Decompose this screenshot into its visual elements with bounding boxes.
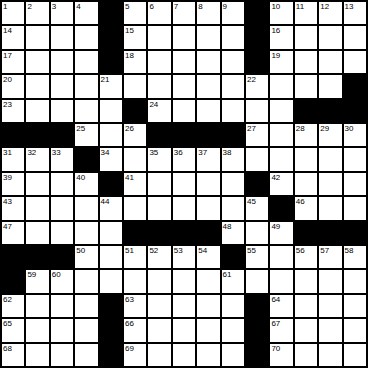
clue-number-47: 47 [3,222,12,231]
cell-r8c2[interactable] [26,173,48,195]
black-cell-r4c15 [344,75,366,97]
cell-r9c4[interactable] [75,197,97,219]
crossword-board: 1234567891011121314151617181920212223242… [0,0,368,368]
clue-number-6: 6 [149,2,153,11]
cell-r14c1[interactable]: 65 [2,319,24,341]
cell-r3c9[interactable] [197,51,219,73]
black-cell-r5c13 [295,100,317,122]
cell-r9c2[interactable] [26,197,48,219]
black-cell-r11c3 [51,246,73,268]
cell-r7c9[interactable]: 37 [197,148,219,170]
cell-r8c3[interactable] [51,173,73,195]
black-cell-r14c5 [100,319,122,341]
clue-number-20: 20 [3,75,12,84]
cell-r9c10[interactable] [222,197,244,219]
black-cell-r6c3 [51,124,73,146]
clue-number-29: 29 [320,124,329,133]
cell-r11c11[interactable]: 55 [246,246,268,268]
cell-r13c15[interactable] [344,295,366,317]
clue-number-14: 14 [3,26,12,35]
cell-r8c4[interactable]: 40 [75,173,97,195]
cell-r7c13[interactable] [295,148,317,170]
cell-r1c13[interactable]: 11 [295,2,317,24]
cell-r7c15[interactable] [344,148,366,170]
clue-number-2: 2 [27,2,31,11]
cell-r4c12[interactable] [270,75,292,97]
black-cell-r1c5 [100,2,122,24]
clue-number-36: 36 [174,148,183,157]
cell-r4c5[interactable]: 21 [100,75,122,97]
cell-r7c8[interactable]: 36 [173,148,195,170]
cell-r1c7[interactable]: 6 [148,2,170,24]
cell-r11c8[interactable]: 53 [173,246,195,268]
black-cell-r8c5 [100,173,122,195]
cell-r2c8[interactable] [173,26,195,48]
cell-r14c9[interactable] [197,319,219,341]
clue-number-18: 18 [125,51,134,60]
clue-number-32: 32 [27,148,36,157]
cell-r4c10[interactable] [222,75,244,97]
cell-r11c13[interactable]: 56 [295,246,317,268]
cell-r4c8[interactable] [173,75,195,97]
clue-number-25: 25 [76,124,85,133]
cell-r12c2[interactable]: 59 [26,270,48,292]
cell-r15c6[interactable]: 69 [124,344,146,366]
cell-r15c4[interactable] [75,344,97,366]
clue-number-12: 12 [320,2,329,11]
cell-r3c4[interactable] [75,51,97,73]
cell-r3c3[interactable] [51,51,73,73]
cell-r12c13[interactable] [295,270,317,292]
clue-number-49: 49 [271,222,280,231]
clue-number-40: 40 [76,173,85,182]
cell-r2c4[interactable] [75,26,97,48]
cell-r7c14[interactable] [319,148,341,170]
clue-number-64: 64 [271,295,280,304]
cell-r14c13[interactable] [295,319,317,341]
cell-r13c13[interactable] [295,295,317,317]
cell-r9c15[interactable] [344,197,366,219]
cell-r15c7[interactable] [148,344,170,366]
cell-r13c14[interactable] [319,295,341,317]
clue-number-48: 48 [223,222,232,231]
clue-number-34: 34 [101,148,110,157]
clue-number-41: 41 [125,173,134,182]
black-cell-r8c11 [246,173,268,195]
cell-r8c12[interactable]: 42 [270,173,292,195]
cell-r9c9[interactable] [197,197,219,219]
cell-r1c4[interactable]: 4 [75,2,97,24]
cell-r14c2[interactable] [26,319,48,341]
clue-number-38: 38 [223,148,232,157]
black-cell-r6c7 [148,124,170,146]
clue-number-68: 68 [3,344,12,353]
cell-r11c6[interactable]: 51 [124,246,146,268]
clue-number-27: 27 [247,124,256,133]
clue-number-30: 30 [345,124,354,133]
cell-r6c6[interactable]: 26 [124,124,146,146]
clue-number-28: 28 [296,124,305,133]
cell-r4c14[interactable] [319,75,341,97]
black-cell-r6c10 [222,124,244,146]
cell-r15c8[interactable] [173,344,195,366]
cell-r5c4[interactable] [75,100,97,122]
black-cell-r2c11 [246,26,268,48]
cell-r5c7[interactable]: 24 [148,100,170,122]
black-cell-r2c5 [100,26,122,48]
clue-number-9: 9 [223,2,227,11]
cell-r7c10[interactable]: 38 [222,148,244,170]
cell-r12c12[interactable] [270,270,292,292]
cell-r6c13[interactable]: 28 [295,124,317,146]
cell-r2c14[interactable] [319,26,341,48]
black-cell-r11c10 [222,246,244,268]
clue-number-50: 50 [76,246,85,255]
clue-number-62: 62 [3,295,12,304]
black-cell-r6c9 [197,124,219,146]
cell-r5c2[interactable] [26,100,48,122]
clue-number-55: 55 [247,246,256,255]
clue-number-10: 10 [271,2,280,11]
cell-r6c12[interactable] [270,124,292,146]
cell-r7c7[interactable]: 35 [148,148,170,170]
cell-r10c5[interactable] [100,222,122,244]
cell-r8c8[interactable] [173,173,195,195]
cell-r9c6[interactable] [124,197,146,219]
clue-number-22: 22 [247,75,256,84]
cell-r5c5[interactable] [100,100,122,122]
black-cell-r13c5 [100,295,122,317]
black-cell-r3c11 [246,51,268,73]
clue-number-61: 61 [223,270,232,279]
cell-r7c2[interactable]: 32 [26,148,48,170]
cell-r15c14[interactable] [319,344,341,366]
cell-r2c6[interactable]: 15 [124,26,146,48]
black-cell-r15c5 [100,344,122,366]
clue-number-13: 13 [345,2,354,11]
cell-r7c12[interactable] [270,148,292,170]
cell-r4c9[interactable] [197,75,219,97]
clue-number-69: 69 [125,344,134,353]
cell-r9c5[interactable]: 44 [100,197,122,219]
cell-r6c14[interactable]: 29 [319,124,341,146]
cell-r2c13[interactable] [295,26,317,48]
cell-r6c11[interactable]: 27 [246,124,268,146]
clue-number-57: 57 [320,246,329,255]
cell-r11c9[interactable]: 54 [197,246,219,268]
cell-r1c2[interactable]: 2 [26,2,48,24]
clue-number-58: 58 [345,246,354,255]
cell-r11c4[interactable]: 50 [75,246,97,268]
cell-r14c14[interactable] [319,319,341,341]
cell-r12c6[interactable] [124,270,146,292]
cell-r8c6[interactable]: 41 [124,173,146,195]
clue-number-52: 52 [149,246,158,255]
cell-r2c1[interactable]: 14 [2,26,24,48]
cell-r5c10[interactable] [222,100,244,122]
clue-number-65: 65 [3,319,12,328]
cell-r8c9[interactable] [197,173,219,195]
clue-number-44: 44 [101,197,110,206]
cell-r15c2[interactable] [26,344,48,366]
cell-r9c11[interactable]: 45 [246,197,268,219]
cell-r2c2[interactable] [26,26,48,48]
clue-number-19: 19 [271,51,280,60]
clue-number-66: 66 [125,319,134,328]
cell-r7c5[interactable]: 34 [100,148,122,170]
clue-number-56: 56 [296,246,305,255]
cell-r14c8[interactable] [173,319,195,341]
cell-r3c15[interactable] [344,51,366,73]
cell-r13c12[interactable]: 64 [270,295,292,317]
cell-r13c1[interactable]: 62 [2,295,24,317]
cell-r3c14[interactable] [319,51,341,73]
cell-r10c11[interactable] [246,222,268,244]
cell-r8c14[interactable] [319,173,341,195]
cell-r1c6[interactable]: 5 [124,2,146,24]
cell-r12c15[interactable] [344,270,366,292]
black-cell-r7c4 [75,148,97,170]
black-cell-r6c1 [2,124,24,146]
cell-r3c7[interactable] [148,51,170,73]
cell-r15c9[interactable] [197,344,219,366]
cell-r5c12[interactable] [270,100,292,122]
cell-r4c1[interactable]: 20 [2,75,24,97]
clue-number-70: 70 [271,344,280,353]
clue-number-26: 26 [125,124,134,133]
clue-number-24: 24 [149,100,158,109]
black-cell-r5c15 [344,100,366,122]
cell-r14c7[interactable] [148,319,170,341]
cell-r4c4[interactable] [75,75,97,97]
clue-number-17: 17 [3,51,12,60]
black-cell-r10c7 [148,222,170,244]
cell-r9c3[interactable] [51,197,73,219]
cell-r7c3[interactable]: 33 [51,148,73,170]
black-cell-r5c6 [124,100,146,122]
clue-number-21: 21 [101,75,110,84]
cell-r11c12[interactable] [270,246,292,268]
cell-r8c15[interactable] [344,173,366,195]
cell-r6c5[interactable] [100,124,122,146]
cell-r13c8[interactable] [173,295,195,317]
clue-number-45: 45 [247,197,256,206]
cell-r12c7[interactable] [148,270,170,292]
cell-r12c10[interactable]: 61 [222,270,244,292]
clue-number-35: 35 [149,148,158,157]
black-cell-r11c1 [2,246,24,268]
cell-r10c12[interactable]: 49 [270,222,292,244]
clue-number-3: 3 [52,2,56,11]
cell-r9c7[interactable] [148,197,170,219]
black-cell-r14c11 [246,319,268,341]
cell-r15c1[interactable]: 68 [2,344,24,366]
cell-r1c9[interactable]: 8 [197,2,219,24]
cell-r9c14[interactable] [319,197,341,219]
cell-r2c12[interactable]: 16 [270,26,292,48]
cell-r13c4[interactable] [75,295,97,317]
cell-r13c6[interactable]: 63 [124,295,146,317]
black-cell-r10c14 [319,222,341,244]
cell-r7c11[interactable] [246,148,268,170]
cell-r5c3[interactable] [51,100,73,122]
clue-number-54: 54 [198,246,207,255]
cell-r6c4[interactable]: 25 [75,124,97,146]
cell-r10c3[interactable] [51,222,73,244]
black-cell-r10c9 [197,222,219,244]
cell-r11c5[interactable] [100,246,122,268]
black-cell-r10c6 [124,222,146,244]
cell-r15c15[interactable] [344,344,366,366]
clue-number-4: 4 [76,2,80,11]
cell-r3c13[interactable] [295,51,317,73]
cell-r14c6[interactable]: 66 [124,319,146,341]
cell-r2c9[interactable] [197,26,219,48]
clue-number-46: 46 [296,197,305,206]
cell-r12c11[interactable] [246,270,268,292]
black-cell-r10c13 [295,222,317,244]
cell-r10c2[interactable] [26,222,48,244]
cell-r10c1[interactable]: 47 [2,222,24,244]
cell-r10c4[interactable] [75,222,97,244]
cell-r3c1[interactable]: 17 [2,51,24,73]
cell-r5c9[interactable] [197,100,219,122]
cell-r8c1[interactable]: 39 [2,173,24,195]
cell-r5c11[interactable] [246,100,268,122]
clue-number-43: 43 [3,197,12,206]
cell-r11c15[interactable]: 58 [344,246,366,268]
black-cell-r12c1 [2,270,24,292]
cell-r1c10[interactable]: 9 [222,2,244,24]
cell-r6c15[interactable]: 30 [344,124,366,146]
cell-r9c1[interactable]: 43 [2,197,24,219]
cell-r14c3[interactable] [51,319,73,341]
clue-number-11: 11 [296,2,304,11]
cell-r12c4[interactable] [75,270,97,292]
cell-r4c7[interactable] [148,75,170,97]
clue-number-63: 63 [125,295,134,304]
cell-r9c8[interactable] [173,197,195,219]
cell-r3c10[interactable] [222,51,244,73]
cell-r5c8[interactable] [173,100,195,122]
cell-r12c8[interactable] [173,270,195,292]
cell-r15c13[interactable] [295,344,317,366]
cell-r4c3[interactable] [51,75,73,97]
cell-r4c6[interactable] [124,75,146,97]
cell-r14c10[interactable] [222,319,244,341]
cell-r10c10[interactable]: 48 [222,222,244,244]
cell-r11c7[interactable]: 52 [148,246,170,268]
cell-r2c3[interactable] [51,26,73,48]
cell-r3c2[interactable] [26,51,48,73]
cell-r3c6[interactable]: 18 [124,51,146,73]
cell-r2c7[interactable] [148,26,170,48]
cell-r7c6[interactable] [124,148,146,170]
clue-number-59: 59 [27,270,36,279]
cell-r1c8[interactable]: 7 [173,2,195,24]
cell-r12c9[interactable] [197,270,219,292]
black-cell-r6c8 [173,124,195,146]
cell-r4c13[interactable] [295,75,317,97]
cell-r2c15[interactable] [344,26,366,48]
cell-r14c4[interactable] [75,319,97,341]
cell-r3c12[interactable]: 19 [270,51,292,73]
cell-r1c15[interactable]: 13 [344,2,366,24]
cell-r1c14[interactable]: 12 [319,2,341,24]
cell-r9c13[interactable]: 46 [295,197,317,219]
cell-r1c12[interactable]: 10 [270,2,292,24]
cell-r14c15[interactable] [344,319,366,341]
cell-r11c14[interactable]: 57 [319,246,341,268]
black-cell-r15c11 [246,344,268,366]
clue-number-39: 39 [3,173,12,182]
clue-number-33: 33 [52,148,61,157]
cell-r8c13[interactable] [295,173,317,195]
cell-r13c9[interactable] [197,295,219,317]
clue-number-8: 8 [198,2,202,11]
black-cell-r11c2 [26,246,48,268]
black-cell-r1c11 [246,2,268,24]
cell-r2c10[interactable] [222,26,244,48]
clue-number-53: 53 [174,246,183,255]
cell-r13c7[interactable] [148,295,170,317]
cell-r4c11[interactable]: 22 [246,75,268,97]
clue-number-5: 5 [125,2,129,11]
cell-r15c3[interactable] [51,344,73,366]
cell-r12c3[interactable]: 60 [51,270,73,292]
cell-r1c1[interactable]: 1 [2,2,24,24]
clue-number-16: 16 [271,26,280,35]
clue-number-15: 15 [125,26,134,35]
cell-r15c12[interactable]: 70 [270,344,292,366]
cell-r12c14[interactable] [319,270,341,292]
black-cell-r5c14 [319,100,341,122]
cell-r1c3[interactable]: 3 [51,2,73,24]
cell-r3c8[interactable] [173,51,195,73]
black-cell-r9c12 [270,197,292,219]
cell-r8c10[interactable] [222,173,244,195]
cell-r8c7[interactable] [148,173,170,195]
black-cell-r10c15 [344,222,366,244]
clue-number-23: 23 [3,100,12,109]
cell-r14c12[interactable]: 67 [270,319,292,341]
clue-number-60: 60 [52,270,61,279]
clue-number-7: 7 [174,2,178,11]
black-cell-r13c11 [246,295,268,317]
clue-number-42: 42 [271,173,280,182]
clue-number-37: 37 [198,148,207,157]
cell-r12c5[interactable] [100,270,122,292]
black-cell-r6c2 [26,124,48,146]
cell-r13c2[interactable] [26,295,48,317]
clue-number-51: 51 [125,246,134,255]
cell-r13c10[interactable] [222,295,244,317]
cell-r5c1[interactable]: 23 [2,100,24,122]
cell-r13c3[interactable] [51,295,73,317]
clue-number-31: 31 [3,148,12,157]
clue-number-1: 1 [3,2,7,11]
cell-r4c2[interactable] [26,75,48,97]
cell-r7c1[interactable]: 31 [2,148,24,170]
cell-r15c10[interactable] [222,344,244,366]
black-cell-r10c8 [173,222,195,244]
black-cell-r3c5 [100,51,122,73]
clue-number-67: 67 [271,319,280,328]
